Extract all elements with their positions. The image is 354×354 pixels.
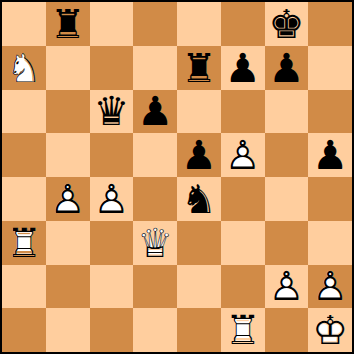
square-a5[interactable] (2, 133, 46, 177)
white-rook-icon-fill: ♜ (221, 308, 265, 352)
square-f7[interactable]: ♟ (221, 46, 265, 90)
square-g8[interactable]: ♚ (265, 2, 309, 46)
white-knight-icon: ♘ (2, 46, 46, 90)
square-d4[interactable] (133, 177, 177, 221)
square-f3[interactable] (221, 221, 265, 265)
white-pawn-icon-fill: ♟ (308, 265, 352, 309)
white-pawn-icon-fill: ♟ (46, 177, 90, 221)
white-pawn-icon: ♙ (46, 177, 90, 221)
white-rook-icon-fill: ♜ (2, 221, 46, 265)
square-e4[interactable]: ♞ (177, 177, 221, 221)
black-pawn-icon: ♟ (308, 133, 352, 177)
square-g6[interactable] (265, 90, 309, 134)
square-b4[interactable]: ♟♙ (46, 177, 90, 221)
square-c6[interactable]: ♛ (90, 90, 134, 134)
square-h5[interactable]: ♟ (308, 133, 352, 177)
square-a7[interactable]: ♞♘ (2, 46, 46, 90)
square-f4[interactable] (221, 177, 265, 221)
square-f8[interactable] (221, 2, 265, 46)
white-queen-icon-fill: ♛ (133, 221, 177, 265)
square-c8[interactable] (90, 2, 134, 46)
square-d8[interactable] (133, 2, 177, 46)
square-d7[interactable] (133, 46, 177, 90)
square-e6[interactable] (177, 90, 221, 134)
black-pawn-icon: ♟ (221, 46, 265, 90)
black-rook-icon: ♜ (46, 2, 90, 46)
chess-board-frame: ♜♚♞♘♜♟♟♛♟♟♟♙♟♟♙♟♙♞♜♖♛♕♟♙♟♙♜♖♚♔ (0, 0, 354, 354)
square-d2[interactable] (133, 265, 177, 309)
square-h4[interactable] (308, 177, 352, 221)
white-king-icon: ♔ (308, 308, 352, 352)
square-b8[interactable]: ♜ (46, 2, 90, 46)
square-h8[interactable] (308, 2, 352, 46)
square-a3[interactable]: ♜♖ (2, 221, 46, 265)
square-f2[interactable] (221, 265, 265, 309)
black-pawn-icon: ♟ (133, 90, 177, 134)
square-b3[interactable] (46, 221, 90, 265)
black-king-icon: ♚ (265, 2, 309, 46)
white-pawn-icon-fill: ♟ (90, 177, 134, 221)
square-g7[interactable]: ♟ (265, 46, 309, 90)
white-knight-icon-fill: ♞ (2, 46, 46, 90)
black-rook-icon: ♜ (177, 46, 221, 90)
white-rook-icon: ♖ (2, 221, 46, 265)
square-e3[interactable] (177, 221, 221, 265)
white-pawn-icon: ♙ (265, 265, 309, 309)
square-e2[interactable] (177, 265, 221, 309)
square-b6[interactable] (46, 90, 90, 134)
square-h6[interactable] (308, 90, 352, 134)
square-h3[interactable] (308, 221, 352, 265)
square-b7[interactable] (46, 46, 90, 90)
square-g3[interactable] (265, 221, 309, 265)
square-f1[interactable]: ♜♖ (221, 308, 265, 352)
square-g1[interactable] (265, 308, 309, 352)
square-e8[interactable] (177, 2, 221, 46)
white-pawn-icon: ♙ (221, 133, 265, 177)
square-d6[interactable]: ♟ (133, 90, 177, 134)
square-c2[interactable] (90, 265, 134, 309)
square-a8[interactable] (2, 2, 46, 46)
white-pawn-icon-fill: ♟ (265, 265, 309, 309)
square-c1[interactable] (90, 308, 134, 352)
square-b2[interactable] (46, 265, 90, 309)
square-c4[interactable]: ♟♙ (90, 177, 134, 221)
square-d3[interactable]: ♛♕ (133, 221, 177, 265)
square-g4[interactable] (265, 177, 309, 221)
square-h7[interactable] (308, 46, 352, 90)
black-pawn-icon: ♟ (265, 46, 309, 90)
black-pawn-icon: ♟ (177, 133, 221, 177)
black-knight-icon: ♞ (177, 177, 221, 221)
square-c5[interactable] (90, 133, 134, 177)
white-pawn-icon: ♙ (90, 177, 134, 221)
square-c7[interactable] (90, 46, 134, 90)
square-e1[interactable] (177, 308, 221, 352)
white-queen-icon: ♕ (133, 221, 177, 265)
white-king-icon-fill: ♚ (308, 308, 352, 352)
square-h1[interactable]: ♚♔ (308, 308, 352, 352)
square-g2[interactable]: ♟♙ (265, 265, 309, 309)
square-b1[interactable] (46, 308, 90, 352)
chess-board: ♜♚♞♘♜♟♟♛♟♟♟♙♟♟♙♟♙♞♜♖♛♕♟♙♟♙♜♖♚♔ (2, 2, 352, 352)
square-g5[interactable] (265, 133, 309, 177)
white-pawn-icon-fill: ♟ (221, 133, 265, 177)
square-a6[interactable] (2, 90, 46, 134)
square-a4[interactable] (2, 177, 46, 221)
square-b5[interactable] (46, 133, 90, 177)
square-a2[interactable] (2, 265, 46, 309)
square-f5[interactable]: ♟♙ (221, 133, 265, 177)
square-e5[interactable]: ♟ (177, 133, 221, 177)
square-f6[interactable] (221, 90, 265, 134)
square-d5[interactable] (133, 133, 177, 177)
square-a1[interactable] (2, 308, 46, 352)
black-queen-icon: ♛ (90, 90, 134, 134)
white-rook-icon: ♖ (221, 308, 265, 352)
square-h2[interactable]: ♟♙ (308, 265, 352, 309)
square-d1[interactable] (133, 308, 177, 352)
square-c3[interactable] (90, 221, 134, 265)
white-pawn-icon: ♙ (308, 265, 352, 309)
square-e7[interactable]: ♜ (177, 46, 221, 90)
